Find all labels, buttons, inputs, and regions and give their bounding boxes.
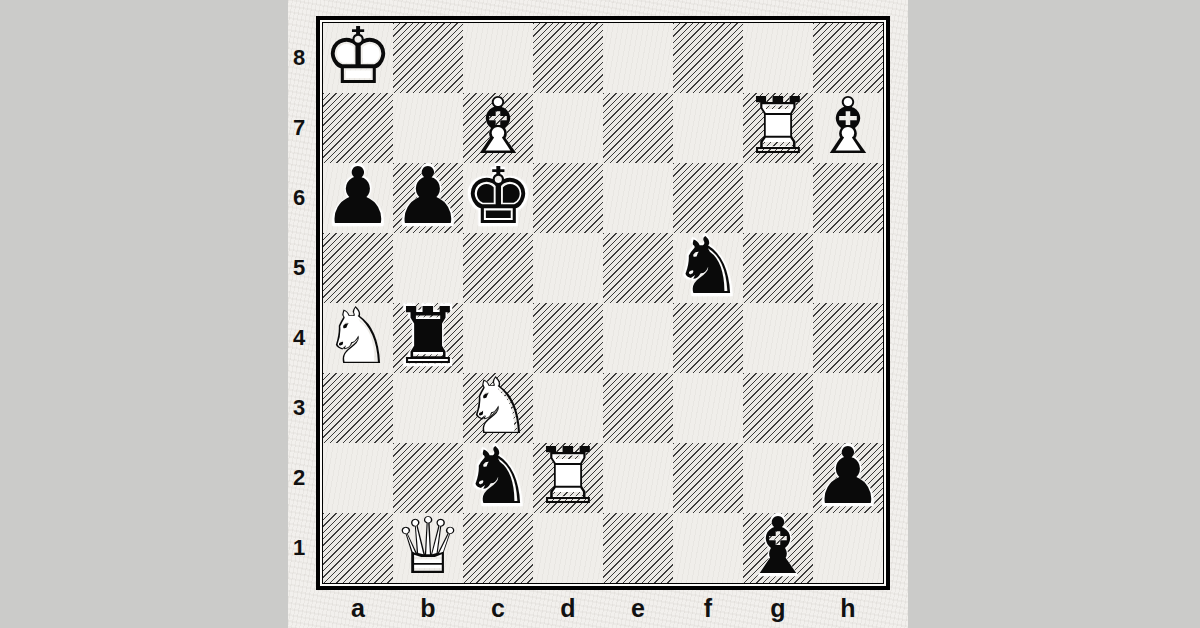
square-d1 <box>533 513 603 583</box>
piece-bB-g1: ♝♝ <box>743 513 813 583</box>
square-g6 <box>743 163 813 233</box>
piece-fill-glyph: ♚ <box>460 158 537 235</box>
square-g3 <box>743 373 813 443</box>
square-b1: ♛♕ <box>393 513 463 583</box>
piece-fill-glyph: ♛ <box>393 511 463 581</box>
piece-glyph: ♘ <box>323 301 393 371</box>
piece-fill-glyph: ♝ <box>813 91 883 161</box>
square-e7 <box>603 93 673 163</box>
piece-bP-b6: ♟♟ <box>393 163 463 233</box>
piece-fill-glyph: ♚ <box>323 21 393 91</box>
square-c8 <box>463 23 533 93</box>
piece-glyph: ♟ <box>393 161 463 231</box>
piece-bN-c2: ♞♞ <box>463 443 533 513</box>
square-d7 <box>533 93 603 163</box>
square-d6 <box>533 163 603 233</box>
piece-fill-glyph: ♜ <box>533 441 603 511</box>
square-g1: ♝♝ <box>743 513 813 583</box>
piece-bK-c6: ♚♚ <box>463 163 533 233</box>
square-c1 <box>463 513 533 583</box>
piece-glyph: ♟ <box>323 161 393 231</box>
piece-bN-f5: ♞♞ <box>673 233 743 303</box>
square-e5 <box>603 233 673 303</box>
square-b4: ♜♜ <box>393 303 463 373</box>
square-g2 <box>743 443 813 513</box>
square-a5 <box>323 233 393 303</box>
piece-fill-glyph: ♞ <box>463 371 533 441</box>
file-label-c: c <box>463 594 533 623</box>
piece-fill-glyph: ♞ <box>323 301 393 371</box>
square-h4 <box>813 303 883 373</box>
square-g4 <box>743 303 813 373</box>
square-e8 <box>603 23 673 93</box>
square-d4 <box>533 303 603 373</box>
square-d8 <box>533 23 603 93</box>
square-b8 <box>393 23 463 93</box>
piece-wQ-b1: ♛♕ <box>393 513 463 583</box>
rank-label-1: 1 <box>286 513 312 583</box>
piece-glyph: ♟ <box>813 441 883 511</box>
piece-glyph: ♗ <box>813 91 883 161</box>
chess-board: ♚♔♝♗♜♖♝♗♟♟♟♟♚♚♞♞♞♘♜♜♞♘♞♞♜♖♟♟♛♕♝♝ <box>316 16 890 590</box>
square-h1 <box>813 513 883 583</box>
square-f8 <box>673 23 743 93</box>
rank-label-4: 4 <box>286 303 312 373</box>
square-f2 <box>673 443 743 513</box>
rank-label-5: 5 <box>286 233 312 303</box>
square-f5: ♞♞ <box>673 233 743 303</box>
piece-glyph: ♕ <box>393 511 463 581</box>
piece-glyph: ♝ <box>743 511 813 581</box>
square-c3: ♞♘ <box>463 373 533 443</box>
square-a4: ♞♘ <box>323 303 393 373</box>
file-label-h: h <box>813 594 883 623</box>
piece-glyph: ♔ <box>323 21 393 91</box>
square-c6: ♚♚ <box>463 163 533 233</box>
square-h7: ♝♗ <box>813 93 883 163</box>
square-h2: ♟♟ <box>813 443 883 513</box>
piece-glyph: ♖ <box>743 91 813 161</box>
square-h3 <box>813 373 883 443</box>
board-squares: ♚♔♝♗♜♖♝♗♟♟♟♟♚♚♞♞♞♘♜♜♞♘♞♞♜♖♟♟♛♕♝♝ <box>322 22 884 584</box>
file-labels: abcdefgh <box>323 594 883 623</box>
square-a6: ♟♟ <box>323 163 393 233</box>
square-f3 <box>673 373 743 443</box>
square-b5 <box>393 233 463 303</box>
piece-bP-a6: ♟♟ <box>323 163 393 233</box>
piece-bR-b4: ♜♜ <box>393 303 463 373</box>
square-a7 <box>323 93 393 163</box>
square-a1 <box>323 513 393 583</box>
square-g7: ♜♖ <box>743 93 813 163</box>
piece-fill-glyph: ♟ <box>810 438 887 515</box>
square-b2 <box>393 443 463 513</box>
square-f1 <box>673 513 743 583</box>
square-f6 <box>673 163 743 233</box>
piece-fill-glyph: ♞ <box>670 228 747 305</box>
piece-bP-h2: ♟♟ <box>813 443 883 513</box>
square-f4 <box>673 303 743 373</box>
square-c5 <box>463 233 533 303</box>
file-label-f: f <box>673 594 743 623</box>
file-label-g: g <box>743 594 813 623</box>
piece-glyph: ♘ <box>463 371 533 441</box>
piece-fill-glyph: ♟ <box>320 158 397 235</box>
square-e3 <box>603 373 673 443</box>
piece-wN-a4: ♞♘ <box>323 303 393 373</box>
piece-wR-d2: ♜♖ <box>533 443 603 513</box>
square-g5 <box>743 233 813 303</box>
piece-wB-h7: ♝♗ <box>813 93 883 163</box>
square-c2: ♞♞ <box>463 443 533 513</box>
square-a8: ♚♔ <box>323 23 393 93</box>
piece-wK-a8: ♚♔ <box>323 23 393 93</box>
piece-glyph: ♚ <box>463 161 533 231</box>
piece-fill-glyph: ♟ <box>390 158 467 235</box>
rank-labels: 87654321 <box>286 23 312 583</box>
piece-fill-glyph: ♜ <box>743 91 813 161</box>
piece-glyph: ♞ <box>673 231 743 301</box>
piece-wN-c3: ♞♘ <box>463 373 533 443</box>
piece-wB-c7: ♝♗ <box>463 93 533 163</box>
rank-label-2: 2 <box>286 443 312 513</box>
rank-label-3: 3 <box>286 373 312 443</box>
file-label-e: e <box>603 594 673 623</box>
file-label-b: b <box>393 594 463 623</box>
square-g8 <box>743 23 813 93</box>
rank-label-6: 6 <box>286 163 312 233</box>
square-d5 <box>533 233 603 303</box>
piece-glyph: ♞ <box>463 441 533 511</box>
square-h8 <box>813 23 883 93</box>
piece-fill-glyph: ♞ <box>460 438 537 515</box>
square-b3 <box>393 373 463 443</box>
square-c7: ♝♗ <box>463 93 533 163</box>
square-c4 <box>463 303 533 373</box>
rank-label-8: 8 <box>286 23 312 93</box>
square-a3 <box>323 373 393 443</box>
square-a2 <box>323 443 393 513</box>
square-e1 <box>603 513 673 583</box>
square-b6: ♟♟ <box>393 163 463 233</box>
square-h6 <box>813 163 883 233</box>
file-label-d: d <box>533 594 603 623</box>
square-d3 <box>533 373 603 443</box>
square-f7 <box>673 93 743 163</box>
rank-label-7: 7 <box>286 93 312 163</box>
square-h5 <box>813 233 883 303</box>
square-e2 <box>603 443 673 513</box>
piece-fill-glyph: ♝ <box>740 508 817 585</box>
file-label-a: a <box>323 594 393 623</box>
piece-glyph: ♜ <box>393 301 463 371</box>
piece-fill-glyph: ♜ <box>390 298 467 375</box>
square-e4 <box>603 303 673 373</box>
square-b7 <box>393 93 463 163</box>
square-e6 <box>603 163 673 233</box>
square-d2: ♜♖ <box>533 443 603 513</box>
piece-wR-g7: ♜♖ <box>743 93 813 163</box>
piece-fill-glyph: ♝ <box>463 91 533 161</box>
piece-glyph: ♖ <box>533 441 603 511</box>
piece-glyph: ♗ <box>463 91 533 161</box>
